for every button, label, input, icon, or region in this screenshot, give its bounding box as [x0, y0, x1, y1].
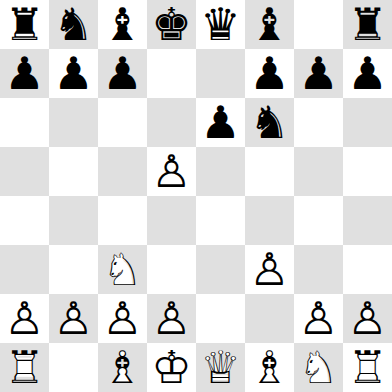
square-g4[interactable] [294, 196, 343, 245]
piece-glyph: ♟ [343, 49, 392, 98]
square-g7[interactable]: ♟ [294, 49, 343, 98]
piece-glyph: ♟ [0, 49, 49, 98]
piece-outline-glyph: ♖ [0, 343, 49, 392]
square-g2[interactable]: ♟♙ [294, 294, 343, 343]
piece-black-queen[interactable]: ♛ [196, 0, 245, 49]
piece-glyph: ♟ [294, 49, 343, 98]
piece-black-pawn[interactable]: ♟ [294, 49, 343, 98]
square-c4[interactable] [98, 196, 147, 245]
piece-outline-glyph: ♖ [343, 343, 392, 392]
square-d7[interactable] [147, 49, 196, 98]
piece-white-king[interactable]: ♚♔ [147, 343, 196, 392]
piece-outline-glyph: ♗ [98, 343, 147, 392]
square-f8[interactable]: ♝ [245, 0, 294, 49]
square-f2[interactable] [245, 294, 294, 343]
piece-glyph: ♟ [49, 49, 98, 98]
square-e4[interactable] [196, 196, 245, 245]
piece-black-pawn[interactable]: ♟ [0, 49, 49, 98]
square-h3[interactable] [343, 245, 392, 294]
piece-black-rook[interactable]: ♜ [343, 0, 392, 49]
piece-outline-glyph: ♘ [98, 245, 147, 294]
piece-white-pawn[interactable]: ♟♙ [147, 147, 196, 196]
piece-black-pawn[interactable]: ♟ [196, 98, 245, 147]
square-c6[interactable] [98, 98, 147, 147]
square-g1[interactable]: ♞♘ [294, 343, 343, 392]
square-d2[interactable]: ♟♙ [147, 294, 196, 343]
square-g5[interactable] [294, 147, 343, 196]
square-a5[interactable] [0, 147, 49, 196]
square-e1[interactable]: ♛♕ [196, 343, 245, 392]
square-a1[interactable]: ♜♖ [0, 343, 49, 392]
piece-glyph: ♜ [0, 0, 49, 49]
piece-outline-glyph: ♙ [343, 294, 392, 343]
piece-glyph: ♝ [98, 0, 147, 49]
square-h8[interactable]: ♜ [343, 0, 392, 49]
piece-glyph: ♟ [196, 98, 245, 147]
piece-white-queen[interactable]: ♛♕ [196, 343, 245, 392]
square-c5[interactable] [98, 147, 147, 196]
square-c3[interactable]: ♞♘ [98, 245, 147, 294]
square-a8[interactable]: ♜ [0, 0, 49, 49]
piece-glyph: ♚ [147, 0, 196, 49]
square-g3[interactable] [294, 245, 343, 294]
square-a6[interactable] [0, 98, 49, 147]
piece-black-pawn[interactable]: ♟ [98, 49, 147, 98]
piece-outline-glyph: ♙ [245, 245, 294, 294]
piece-black-pawn[interactable]: ♟ [49, 49, 98, 98]
piece-black-bishop[interactable]: ♝ [245, 0, 294, 49]
square-b8[interactable]: ♞ [49, 0, 98, 49]
square-a2[interactable]: ♟♙ [0, 294, 49, 343]
square-d1[interactable]: ♚♔ [147, 343, 196, 392]
piece-glyph: ♞ [245, 98, 294, 147]
square-h4[interactable] [343, 196, 392, 245]
square-h6[interactable] [343, 98, 392, 147]
piece-black-knight[interactable]: ♞ [49, 0, 98, 49]
piece-white-pawn[interactable]: ♟♙ [49, 294, 98, 343]
piece-outline-glyph: ♙ [0, 294, 49, 343]
square-e6[interactable]: ♟ [196, 98, 245, 147]
piece-black-pawn[interactable]: ♟ [343, 49, 392, 98]
square-f3[interactable]: ♟♙ [245, 245, 294, 294]
square-b1[interactable] [49, 343, 98, 392]
square-e3[interactable] [196, 245, 245, 294]
square-f5[interactable] [245, 147, 294, 196]
piece-black-pawn[interactable]: ♟ [245, 49, 294, 98]
piece-outline-glyph: ♙ [98, 294, 147, 343]
square-d4[interactable] [147, 196, 196, 245]
piece-black-bishop[interactable]: ♝ [98, 0, 147, 49]
square-d5[interactable]: ♟♙ [147, 147, 196, 196]
square-a4[interactable] [0, 196, 49, 245]
piece-glyph: ♞ [49, 0, 98, 49]
piece-outline-glyph: ♕ [196, 343, 245, 392]
square-b4[interactable] [49, 196, 98, 245]
piece-outline-glyph: ♙ [294, 294, 343, 343]
piece-outline-glyph: ♗ [245, 343, 294, 392]
square-e2[interactable] [196, 294, 245, 343]
square-c1[interactable]: ♝♗ [98, 343, 147, 392]
square-b6[interactable] [49, 98, 98, 147]
square-e8[interactable]: ♛ [196, 0, 245, 49]
square-b2[interactable]: ♟♙ [49, 294, 98, 343]
piece-white-pawn[interactable]: ♟♙ [0, 294, 49, 343]
piece-black-king[interactable]: ♚ [147, 0, 196, 49]
square-f1[interactable]: ♝♗ [245, 343, 294, 392]
piece-glyph: ♟ [98, 49, 147, 98]
square-b3[interactable] [49, 245, 98, 294]
piece-outline-glyph: ♙ [147, 147, 196, 196]
piece-white-bishop[interactable]: ♝♗ [98, 343, 147, 392]
square-h7[interactable]: ♟ [343, 49, 392, 98]
square-d8[interactable]: ♚ [147, 0, 196, 49]
piece-glyph: ♜ [343, 0, 392, 49]
square-e7[interactable] [196, 49, 245, 98]
square-f4[interactable] [245, 196, 294, 245]
square-g6[interactable] [294, 98, 343, 147]
piece-white-rook[interactable]: ♜♖ [0, 343, 49, 392]
piece-glyph: ♝ [245, 0, 294, 49]
square-h5[interactable] [343, 147, 392, 196]
square-c8[interactable]: ♝ [98, 0, 147, 49]
piece-black-knight[interactable]: ♞ [245, 98, 294, 147]
square-c2[interactable]: ♟♙ [98, 294, 147, 343]
piece-glyph: ♟ [245, 49, 294, 98]
square-b7[interactable]: ♟ [49, 49, 98, 98]
piece-white-pawn[interactable]: ♟♙ [343, 294, 392, 343]
square-a7[interactable]: ♟ [0, 49, 49, 98]
square-h1[interactable]: ♜♖ [343, 343, 392, 392]
square-h2[interactable]: ♟♙ [343, 294, 392, 343]
chessboard: ♜♞♝♚♛♝♜♟♟♟♟♟♟♟♞♟♙♞♘♟♙♟♙♟♙♟♙♟♙♟♙♟♙♜♖♝♗♚♔♛… [0, 0, 392, 392]
square-d3[interactable] [147, 245, 196, 294]
piece-outline-glyph: ♔ [147, 343, 196, 392]
square-f7[interactable]: ♟ [245, 49, 294, 98]
square-g8[interactable] [294, 0, 343, 49]
square-b5[interactable] [49, 147, 98, 196]
piece-glyph: ♛ [196, 0, 245, 49]
piece-white-pawn[interactable]: ♟♙ [147, 294, 196, 343]
piece-outline-glyph: ♙ [49, 294, 98, 343]
piece-white-pawn[interactable]: ♟♙ [98, 294, 147, 343]
square-d6[interactable] [147, 98, 196, 147]
piece-white-pawn[interactable]: ♟♙ [294, 294, 343, 343]
piece-white-bishop[interactable]: ♝♗ [245, 343, 294, 392]
piece-black-rook[interactable]: ♜ [0, 0, 49, 49]
square-f6[interactable]: ♞ [245, 98, 294, 147]
square-c7[interactable]: ♟ [98, 49, 147, 98]
piece-outline-glyph: ♙ [147, 294, 196, 343]
piece-outline-glyph: ♘ [294, 343, 343, 392]
piece-white-knight[interactable]: ♞♘ [294, 343, 343, 392]
piece-white-knight[interactable]: ♞♘ [98, 245, 147, 294]
square-e5[interactable] [196, 147, 245, 196]
piece-white-rook[interactable]: ♜♖ [343, 343, 392, 392]
square-a3[interactable] [0, 245, 49, 294]
piece-white-pawn[interactable]: ♟♙ [245, 245, 294, 294]
